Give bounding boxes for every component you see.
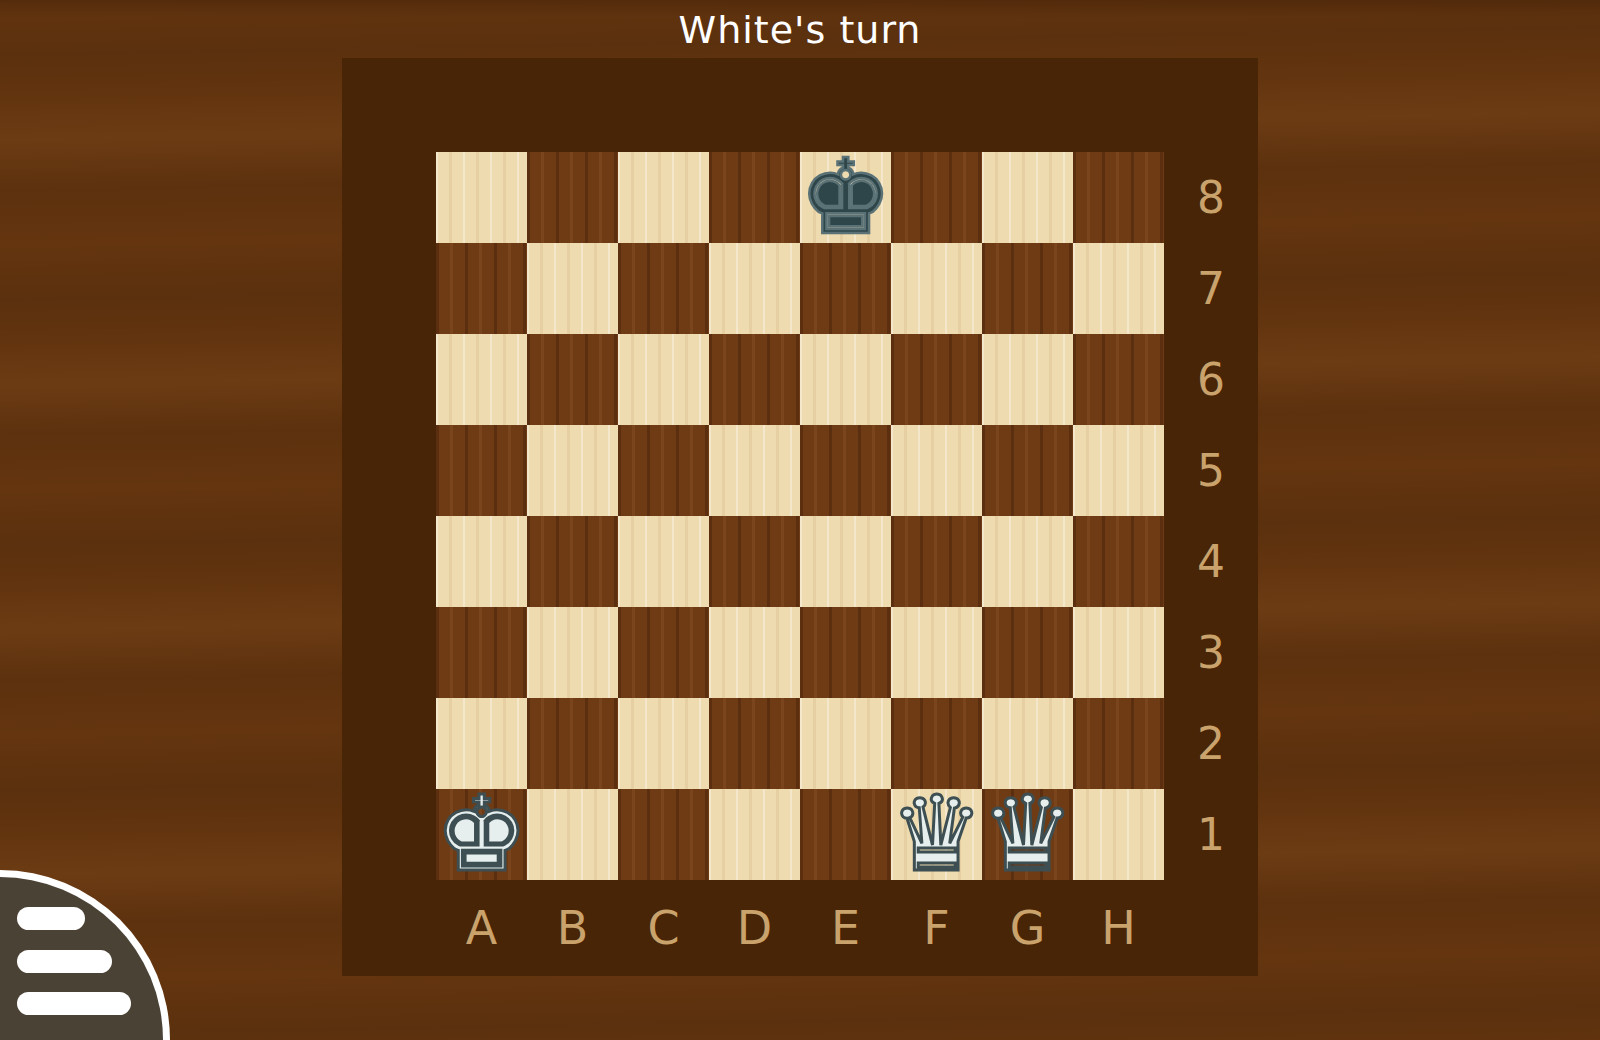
square-h6[interactable] <box>1073 334 1164 425</box>
square-b7[interactable] <box>527 243 618 334</box>
square-f5[interactable] <box>891 425 982 516</box>
square-b2[interactable] <box>527 698 618 789</box>
square-a8[interactable] <box>436 152 527 243</box>
square-e5[interactable] <box>800 425 891 516</box>
square-a3[interactable] <box>436 607 527 698</box>
square-h4[interactable] <box>1073 516 1164 607</box>
square-a7[interactable] <box>436 243 527 334</box>
hamburger-bar <box>17 950 112 973</box>
square-g4[interactable] <box>982 516 1073 607</box>
file-label-b: B <box>527 880 618 976</box>
square-c5[interactable] <box>618 425 709 516</box>
square-e1[interactable] <box>800 789 891 880</box>
turn-indicator: White's turn <box>0 8 1600 52</box>
square-d2[interactable] <box>709 698 800 789</box>
square-h3[interactable] <box>1073 607 1164 698</box>
square-f8[interactable] <box>891 152 982 243</box>
square-c6[interactable] <box>618 334 709 425</box>
file-label-a: A <box>436 880 527 976</box>
hamburger-bar <box>17 992 131 1015</box>
square-b4[interactable] <box>527 516 618 607</box>
square-c4[interactable] <box>618 516 709 607</box>
piece-white-king[interactable]: ♚ <box>435 789 528 880</box>
square-c7[interactable] <box>618 243 709 334</box>
square-g8[interactable] <box>982 152 1073 243</box>
square-d4[interactable] <box>709 516 800 607</box>
menu-button[interactable] <box>0 870 170 1040</box>
hamburger-bar <box>17 907 85 930</box>
square-h1[interactable] <box>1073 789 1164 880</box>
rank-label-1: 1 <box>1164 789 1258 880</box>
square-a6[interactable] <box>436 334 527 425</box>
square-h5[interactable] <box>1073 425 1164 516</box>
square-e4[interactable] <box>800 516 891 607</box>
piece-black-king[interactable]: ♚ <box>799 152 892 243</box>
square-e7[interactable] <box>800 243 891 334</box>
square-d3[interactable] <box>709 607 800 698</box>
square-c1[interactable] <box>618 789 709 880</box>
app-background: White's turn ♚♚♛♛ 87654321 ABCDEFGH <box>0 0 1600 1040</box>
square-b5[interactable] <box>527 425 618 516</box>
square-a5[interactable] <box>436 425 527 516</box>
square-h2[interactable] <box>1073 698 1164 789</box>
square-f3[interactable] <box>891 607 982 698</box>
square-c3[interactable] <box>618 607 709 698</box>
square-a1[interactable]: ♚ <box>436 789 527 880</box>
square-c8[interactable] <box>618 152 709 243</box>
rank-label-5: 5 <box>1164 425 1258 516</box>
file-label-d: D <box>709 880 800 976</box>
square-c2[interactable] <box>618 698 709 789</box>
square-f1[interactable]: ♛ <box>891 789 982 880</box>
square-g3[interactable] <box>982 607 1073 698</box>
file-labels: ABCDEFGH <box>436 880 1164 976</box>
square-b1[interactable] <box>527 789 618 880</box>
piece-white-queen[interactable]: ♛ <box>890 789 983 880</box>
square-b6[interactable] <box>527 334 618 425</box>
rank-label-4: 4 <box>1164 516 1258 607</box>
piece-white-queen[interactable]: ♛ <box>981 789 1074 880</box>
square-b8[interactable] <box>527 152 618 243</box>
square-f6[interactable] <box>891 334 982 425</box>
file-label-f: F <box>891 880 982 976</box>
square-e8[interactable]: ♚ <box>800 152 891 243</box>
square-g1[interactable]: ♛ <box>982 789 1073 880</box>
square-e2[interactable] <box>800 698 891 789</box>
square-e3[interactable] <box>800 607 891 698</box>
square-a4[interactable] <box>436 516 527 607</box>
square-g6[interactable] <box>982 334 1073 425</box>
square-d1[interactable] <box>709 789 800 880</box>
square-b3[interactable] <box>527 607 618 698</box>
rank-labels: 87654321 <box>1164 152 1258 880</box>
square-g5[interactable] <box>982 425 1073 516</box>
rank-label-8: 8 <box>1164 152 1258 243</box>
square-f4[interactable] <box>891 516 982 607</box>
square-h8[interactable] <box>1073 152 1164 243</box>
hamburger-icon <box>0 877 163 1040</box>
square-d5[interactable] <box>709 425 800 516</box>
rank-label-3: 3 <box>1164 607 1258 698</box>
square-e6[interactable] <box>800 334 891 425</box>
file-label-h: H <box>1073 880 1164 976</box>
rank-label-7: 7 <box>1164 243 1258 334</box>
rank-label-2: 2 <box>1164 698 1258 789</box>
rank-label-6: 6 <box>1164 334 1258 425</box>
square-d6[interactable] <box>709 334 800 425</box>
square-f7[interactable] <box>891 243 982 334</box>
file-label-c: C <box>618 880 709 976</box>
file-label-e: E <box>800 880 891 976</box>
chess-board-frame: ♚♚♛♛ 87654321 ABCDEFGH <box>342 58 1258 976</box>
chess-board: ♚♚♛♛ <box>436 152 1164 880</box>
file-label-g: G <box>982 880 1073 976</box>
square-d8[interactable] <box>709 152 800 243</box>
square-d7[interactable] <box>709 243 800 334</box>
square-g7[interactable] <box>982 243 1073 334</box>
square-h7[interactable] <box>1073 243 1164 334</box>
